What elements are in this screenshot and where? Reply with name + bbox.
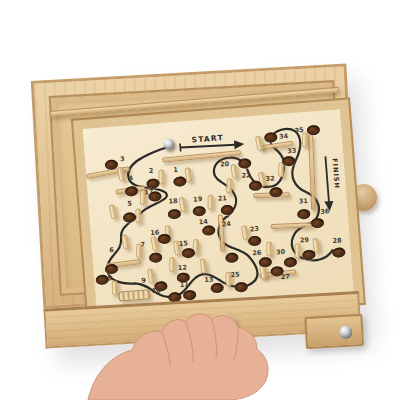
peg-30 [111,281,117,296]
box-lid-rim: START FINISH 123456789101112131415161718… [31,63,359,308]
hole-number-14: 14 [199,217,209,226]
hole-number-5: 5 [127,200,132,208]
hole-number-34: 34 [279,133,289,142]
hole-number-16: 16 [150,228,160,237]
hole-number-27: 27 [281,272,291,281]
hole-number-7: 7 [140,241,145,249]
hole-number-36: 36 [320,207,330,216]
hole-number-6: 6 [109,246,114,254]
hole-number-19: 19 [193,195,203,204]
hole-number-17: 17 [144,188,154,197]
hole-number-20: 20 [220,160,230,169]
hole-number-2: 2 [148,167,153,175]
hole-number-8: 8 [107,274,112,282]
hole-number-21: 21 [217,194,227,203]
hole-number-4: 4 [128,174,133,182]
wooden-box: START FINISH 123456789101112131415161718… [31,63,361,348]
trapped-steel-ball [339,325,353,339]
hole-number-18: 18 [168,197,178,206]
hole-number-23: 23 [249,224,259,233]
peg-6 [136,208,142,223]
hole-number-3: 3 [120,155,125,163]
hole-number-31: 31 [299,197,309,206]
hole-number-12: 12 [177,263,187,272]
peg-10 [226,178,233,193]
peg-8 [208,195,214,210]
hole-number-33: 33 [287,147,297,156]
finish-arrow: FINISH [321,155,343,211]
hole-number-26: 26 [252,249,262,258]
peg-24 [294,243,300,258]
start-label: START [191,133,224,144]
hole-number-29: 29 [300,236,310,245]
hole-number-32: 32 [265,174,275,183]
product-photo-scene: START FINISH 123456789101112131415161718… [0,0,400,400]
peg-18 [266,241,272,256]
peg-28 [302,133,308,148]
hole-number-30: 30 [276,248,286,257]
hole-number-1: 1 [173,166,178,174]
hole-number-25: 25 [230,270,240,279]
hole-number-9: 9 [141,276,146,284]
hole-number-35: 35 [294,126,304,135]
corner-foot-block [304,314,364,349]
maze-board: START FINISH 123456789101112131415161718… [83,109,355,314]
hole-number-24: 24 [221,219,231,228]
hole-number-15: 15 [178,240,188,249]
hole-number-13: 13 [204,275,214,284]
hole-number-10: 10 [152,287,162,296]
front-wooden-knob [208,313,237,341]
peg-20 [169,257,175,272]
finish-label: FINISH [331,158,341,189]
hole-number-28: 28 [332,237,342,246]
hole-number-22: 22 [241,171,251,180]
